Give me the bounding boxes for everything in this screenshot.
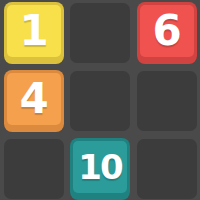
cell-r2c2 [137,139,197,199]
tile-face: 1 [7,5,61,57]
tile-10-r2c1[interactable]: 10 [70,138,130,200]
tile-number: 10 [78,150,121,184]
cell-r1c2 [137,71,197,131]
tile-4-r1c0[interactable]: 4 [4,70,64,132]
cell-r2c0 [4,139,64,199]
tile-1-r0c0[interactable]: 1 [4,2,64,64]
tile-number: 1 [19,10,48,52]
tile-number: 6 [152,10,181,52]
game-board: 16410 [0,0,200,200]
cell-r0c1 [70,3,130,63]
cell-r1c1 [70,71,130,131]
tile-face: 10 [73,141,127,193]
tile-face: 4 [7,73,61,125]
tile-6-r0c2[interactable]: 6 [137,2,197,64]
tile-number: 4 [19,78,48,120]
tile-face: 6 [140,5,194,57]
